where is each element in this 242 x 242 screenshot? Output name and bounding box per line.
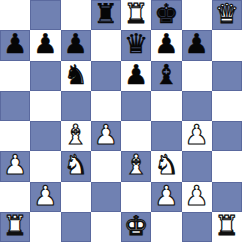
piece-white-queen[interactable]: ♛	[215, 0, 239, 29]
square-a2[interactable]	[0, 182, 30, 212]
piece-white-rook[interactable]: ♜	[215, 212, 239, 241]
square-h5[interactable]	[212, 91, 242, 121]
piece-white-pawn[interactable]: ♟	[33, 182, 57, 211]
square-h4[interactable]	[212, 121, 242, 151]
square-f7[interactable]: ♟	[151, 30, 181, 60]
square-f5[interactable]	[151, 91, 181, 121]
square-e1[interactable]: ♚	[121, 212, 151, 242]
square-a6[interactable]	[0, 61, 30, 91]
piece-white-bishop[interactable]: ♝	[124, 151, 148, 180]
square-b5[interactable]	[30, 91, 60, 121]
square-d3[interactable]	[91, 151, 121, 181]
square-c7[interactable]: ♟	[61, 30, 91, 60]
square-c3[interactable]: ♞	[61, 151, 91, 181]
piece-black-pawn[interactable]: ♟	[154, 30, 178, 59]
square-b7[interactable]: ♟	[30, 30, 60, 60]
square-g3[interactable]	[182, 151, 212, 181]
square-d5[interactable]	[91, 91, 121, 121]
square-h8[interactable]: ♛	[212, 0, 242, 30]
square-h7[interactable]	[212, 30, 242, 60]
square-g8[interactable]	[182, 0, 212, 30]
piece-white-rook[interactable]: ♜	[3, 212, 27, 241]
piece-black-bishop[interactable]: ♝	[154, 61, 178, 90]
square-a3[interactable]: ♟	[0, 151, 30, 181]
square-c8[interactable]	[61, 0, 91, 30]
square-g7[interactable]: ♟	[182, 30, 212, 60]
square-b8[interactable]	[30, 0, 60, 30]
piece-white-knight[interactable]: ♞	[154, 151, 178, 180]
square-g2[interactable]: ♟	[182, 182, 212, 212]
square-g5[interactable]	[182, 91, 212, 121]
square-e6[interactable]: ♟	[121, 61, 151, 91]
square-a7[interactable]: ♟	[0, 30, 30, 60]
square-e3[interactable]: ♝	[121, 151, 151, 181]
square-c1[interactable]	[61, 212, 91, 242]
square-g1[interactable]	[182, 212, 212, 242]
piece-white-pawn[interactable]: ♟	[185, 121, 209, 150]
square-b6[interactable]	[30, 61, 60, 91]
square-a5[interactable]	[0, 91, 30, 121]
piece-white-king[interactable]: ♚	[124, 212, 148, 241]
piece-black-pawn[interactable]: ♟	[185, 30, 209, 59]
piece-black-rook[interactable]: ♜	[94, 0, 118, 29]
square-d7[interactable]	[91, 30, 121, 60]
square-c6[interactable]: ♞	[61, 61, 91, 91]
piece-black-pawn[interactable]: ♟	[3, 30, 27, 59]
piece-white-knight[interactable]: ♞	[64, 151, 88, 180]
square-f3[interactable]: ♞	[151, 151, 181, 181]
square-a4[interactable]	[0, 121, 30, 151]
square-g4[interactable]: ♟	[182, 121, 212, 151]
chess-board-container: ♜♜♚♛♟♟♟♛♟♟♞♟♝♝♟♟♟♞♝♞♟♟♟♜♚♜	[0, 0, 242, 242]
square-f2[interactable]: ♟	[151, 182, 181, 212]
piece-white-rook[interactable]: ♜	[124, 0, 148, 29]
square-f1[interactable]	[151, 212, 181, 242]
square-h1[interactable]: ♜	[212, 212, 242, 242]
square-h6[interactable]	[212, 61, 242, 91]
piece-white-pawn[interactable]: ♟	[3, 151, 27, 180]
square-f4[interactable]	[151, 121, 181, 151]
piece-black-pawn[interactable]: ♟	[33, 30, 57, 59]
square-e2[interactable]	[121, 182, 151, 212]
piece-black-pawn[interactable]: ♟	[124, 61, 148, 90]
square-b3[interactable]	[30, 151, 60, 181]
square-b4[interactable]	[30, 121, 60, 151]
square-a1[interactable]: ♜	[0, 212, 30, 242]
piece-black-queen[interactable]: ♛	[124, 30, 148, 59]
piece-black-knight[interactable]: ♞	[64, 61, 88, 90]
square-d4[interactable]: ♟	[91, 121, 121, 151]
square-h3[interactable]	[212, 151, 242, 181]
square-c4[interactable]: ♝	[61, 121, 91, 151]
square-e5[interactable]	[121, 91, 151, 121]
piece-black-king[interactable]: ♚	[154, 0, 178, 29]
square-f8[interactable]: ♚	[151, 0, 181, 30]
square-c5[interactable]	[61, 91, 91, 121]
square-e8[interactable]: ♜	[121, 0, 151, 30]
square-e4[interactable]	[121, 121, 151, 151]
square-a8[interactable]	[0, 0, 30, 30]
square-d8[interactable]: ♜	[91, 0, 121, 30]
square-e7[interactable]: ♛	[121, 30, 151, 60]
piece-white-pawn[interactable]: ♟	[154, 182, 178, 211]
square-d2[interactable]	[91, 182, 121, 212]
square-h2[interactable]	[212, 182, 242, 212]
piece-white-bishop[interactable]: ♝	[64, 121, 88, 150]
square-d6[interactable]	[91, 61, 121, 91]
piece-white-pawn[interactable]: ♟	[185, 182, 209, 211]
square-b1[interactable]	[30, 212, 60, 242]
piece-black-pawn[interactable]: ♟	[64, 30, 88, 59]
square-f6[interactable]: ♝	[151, 61, 181, 91]
square-b2[interactable]: ♟	[30, 182, 60, 212]
square-g6[interactable]	[182, 61, 212, 91]
chess-board: ♜♜♚♛♟♟♟♛♟♟♞♟♝♝♟♟♟♞♝♞♟♟♟♜♚♜	[0, 0, 242, 242]
square-c2[interactable]	[61, 182, 91, 212]
square-d1[interactable]	[91, 212, 121, 242]
piece-white-pawn[interactable]: ♟	[94, 121, 118, 150]
